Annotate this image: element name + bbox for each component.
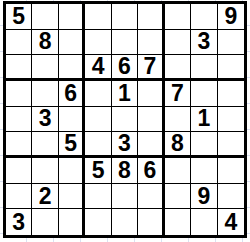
cell-r4c7: 7 bbox=[165, 81, 191, 107]
cell-r8c6[interactable] bbox=[138, 184, 164, 210]
cell-r5c8: 1 bbox=[191, 107, 217, 133]
cell-r4c1[interactable] bbox=[6, 81, 32, 107]
cell-r2c7[interactable] bbox=[165, 30, 191, 56]
cell-r2c6[interactable] bbox=[138, 30, 164, 56]
cell-r1c6[interactable] bbox=[138, 4, 164, 30]
sudoku-board: 5983467617315385862934 bbox=[3, 1, 247, 238]
cell-r3c1[interactable] bbox=[6, 55, 32, 81]
cell-r1c5[interactable] bbox=[112, 4, 138, 30]
cell-r5c1[interactable] bbox=[6, 107, 32, 133]
cell-r7c4: 5 bbox=[85, 158, 111, 184]
cell-r7c7[interactable] bbox=[165, 158, 191, 184]
cell-r6c1[interactable] bbox=[6, 132, 32, 158]
cell-r9c6[interactable] bbox=[138, 209, 164, 235]
cell-r7c1[interactable] bbox=[6, 158, 32, 184]
cell-r7c9[interactable] bbox=[218, 158, 244, 184]
cell-r4c2[interactable] bbox=[32, 81, 58, 107]
cell-r9c5[interactable] bbox=[112, 209, 138, 235]
cell-r2c1[interactable] bbox=[6, 30, 32, 56]
cell-r4c3: 6 bbox=[59, 81, 85, 107]
cell-r2c5[interactable] bbox=[112, 30, 138, 56]
cell-r7c5: 8 bbox=[112, 158, 138, 184]
cell-r5c9[interactable] bbox=[218, 107, 244, 133]
cell-r2c9[interactable] bbox=[218, 30, 244, 56]
cell-r9c2[interactable] bbox=[32, 209, 58, 235]
cell-r8c9[interactable] bbox=[218, 184, 244, 210]
cell-r7c2[interactable] bbox=[32, 158, 58, 184]
cell-r7c3[interactable] bbox=[59, 158, 85, 184]
cell-r8c4[interactable] bbox=[85, 184, 111, 210]
cell-r9c8[interactable] bbox=[191, 209, 217, 235]
cell-r6c5: 3 bbox=[112, 132, 138, 158]
cell-r5c5[interactable] bbox=[112, 107, 138, 133]
cell-r1c2[interactable] bbox=[32, 4, 58, 30]
cell-r7c8[interactable] bbox=[191, 158, 217, 184]
cell-r9c9: 4 bbox=[218, 209, 244, 235]
cell-r1c3[interactable] bbox=[59, 4, 85, 30]
cell-r3c4: 4 bbox=[85, 55, 111, 81]
cell-r8c7[interactable] bbox=[165, 184, 191, 210]
cell-r3c5: 6 bbox=[112, 55, 138, 81]
cell-r1c7[interactable] bbox=[165, 4, 191, 30]
cell-r3c3[interactable] bbox=[59, 55, 85, 81]
cell-r4c5: 1 bbox=[112, 81, 138, 107]
cell-r3c2[interactable] bbox=[32, 55, 58, 81]
cell-r3c6: 7 bbox=[138, 55, 164, 81]
cell-r6c9[interactable] bbox=[218, 132, 244, 158]
page-background: 5983467617315385862934 bbox=[0, 0, 250, 242]
cell-r1c4[interactable] bbox=[85, 4, 111, 30]
cell-r9c1: 3 bbox=[6, 209, 32, 235]
cell-r8c1[interactable] bbox=[6, 184, 32, 210]
cell-r1c9: 9 bbox=[218, 4, 244, 30]
cell-r4c9[interactable] bbox=[218, 81, 244, 107]
cell-r4c8[interactable] bbox=[191, 81, 217, 107]
cell-r1c8[interactable] bbox=[191, 4, 217, 30]
cell-r4c4[interactable] bbox=[85, 81, 111, 107]
cell-r5c6[interactable] bbox=[138, 107, 164, 133]
cell-r6c8[interactable] bbox=[191, 132, 217, 158]
cell-r2c3[interactable] bbox=[59, 30, 85, 56]
cell-r4c6[interactable] bbox=[138, 81, 164, 107]
cell-r6c7: 8 bbox=[165, 132, 191, 158]
cell-r9c3[interactable] bbox=[59, 209, 85, 235]
cell-r9c7[interactable] bbox=[165, 209, 191, 235]
cell-r8c2: 2 bbox=[32, 184, 58, 210]
cell-r6c6[interactable] bbox=[138, 132, 164, 158]
cell-r3c8[interactable] bbox=[191, 55, 217, 81]
cell-r8c5[interactable] bbox=[112, 184, 138, 210]
cell-r9c4[interactable] bbox=[85, 209, 111, 235]
cell-r8c8: 9 bbox=[191, 184, 217, 210]
cell-r2c2: 8 bbox=[32, 30, 58, 56]
cell-r5c4[interactable] bbox=[85, 107, 111, 133]
cell-r3c9[interactable] bbox=[218, 55, 244, 81]
cell-r8c3[interactable] bbox=[59, 184, 85, 210]
cell-r6c2[interactable] bbox=[32, 132, 58, 158]
cell-r2c8: 3 bbox=[191, 30, 217, 56]
cell-r5c2: 3 bbox=[32, 107, 58, 133]
cell-r7c6: 6 bbox=[138, 158, 164, 184]
cell-r5c7[interactable] bbox=[165, 107, 191, 133]
cell-r6c3: 5 bbox=[59, 132, 85, 158]
cell-r6c4[interactable] bbox=[85, 132, 111, 158]
cell-r3c7[interactable] bbox=[165, 55, 191, 81]
cell-r2c4[interactable] bbox=[85, 30, 111, 56]
cell-r5c3[interactable] bbox=[59, 107, 85, 133]
cell-r1c1: 5 bbox=[6, 4, 32, 30]
